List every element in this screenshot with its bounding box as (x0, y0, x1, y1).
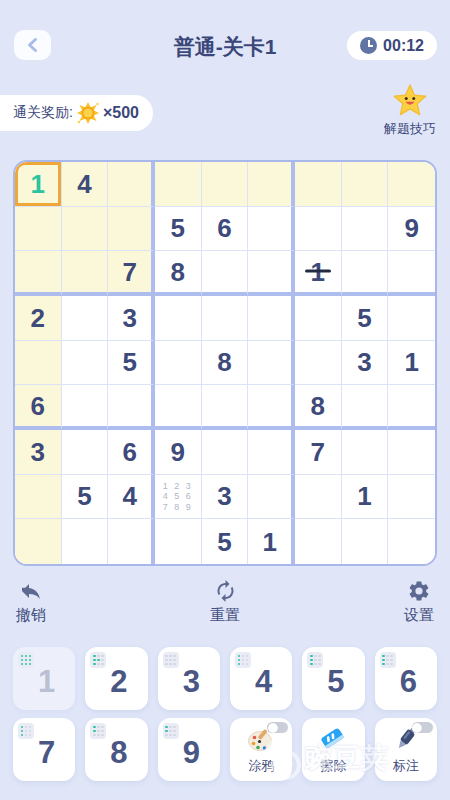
tips-button[interactable]: 解题技巧 (384, 84, 436, 138)
cell-r1c2[interactable] (108, 207, 155, 252)
cell-r7c3[interactable]: 1 2 34 5 67 8 9 (155, 475, 202, 520)
cell-digit: 3 (217, 483, 231, 509)
cell-r5c6[interactable]: 8 (295, 385, 342, 430)
cell-r5c0[interactable]: 6 (15, 385, 62, 430)
cell-r6c8[interactable] (388, 430, 435, 475)
cell-r2c7[interactable] (342, 251, 389, 296)
numpad-digit: 6 (400, 666, 417, 697)
cell-r2c6[interactable]: 1 (295, 251, 342, 296)
cell-r6c5[interactable] (248, 430, 295, 475)
cell-digit: 3 (357, 349, 371, 375)
cell-r5c7[interactable] (342, 385, 389, 430)
doodle-toggle[interactable] (267, 722, 288, 733)
count-badge (90, 723, 106, 739)
cell-r6c1[interactable] (62, 430, 109, 475)
cell-r7c0[interactable] (15, 475, 62, 520)
cell-r7c4[interactable]: 3 (202, 475, 249, 520)
reward-banner: 通关奖励: ×500 (0, 95, 153, 131)
cell-r7c2[interactable]: 4 (108, 475, 155, 520)
cell-r5c4[interactable] (202, 385, 249, 430)
undo-button[interactable]: 撤销 (16, 579, 46, 625)
cell-r3c5[interactable] (248, 296, 295, 341)
cell-digit: 5 (171, 215, 185, 241)
cell-r8c7[interactable] (342, 519, 389, 564)
cell-r0c3[interactable] (155, 162, 202, 207)
cell-digit: 5 (77, 483, 91, 509)
cell-r2c1[interactable] (62, 251, 109, 296)
cell-r0c7[interactable] (342, 162, 389, 207)
cell-r8c8[interactable] (388, 519, 435, 564)
reward-amount: ×500 (103, 104, 139, 122)
cell-r7c5[interactable] (248, 475, 295, 520)
strike-mark (305, 270, 331, 273)
reward-label: 通关奖励: (13, 104, 73, 122)
cell-r1c7[interactable] (342, 207, 389, 252)
cell-r4c7[interactable]: 3 (342, 341, 389, 386)
cell-r0c0[interactable]: 1 (15, 162, 62, 207)
cell-r3c0[interactable]: 2 (15, 296, 62, 341)
cell-r3c4[interactable] (202, 296, 249, 341)
cell-digit: 6 (122, 439, 136, 465)
cell-digit: 5 (217, 529, 231, 555)
count-badge (307, 652, 323, 668)
cell-digit: 8 (311, 393, 325, 419)
numpad-digit: 5 (327, 666, 344, 697)
cell-r3c3[interactable] (155, 296, 202, 341)
settings-icon (407, 579, 431, 603)
count-badge (235, 652, 251, 668)
cell-digit: 4 (122, 483, 136, 509)
settings-button[interactable]: 设置 (404, 579, 434, 625)
cell-r2c3[interactable]: 8 (155, 251, 202, 296)
cell-digit: 6 (31, 393, 45, 419)
cell-r5c3[interactable] (155, 385, 202, 430)
cell-r0c5[interactable] (248, 162, 295, 207)
toolbar: 撤销 重置 设置 (16, 579, 434, 625)
erase-button[interactable]: 擦除 (302, 718, 364, 781)
cell-r2c5[interactable] (248, 251, 295, 296)
tips-label: 解题技巧 (384, 120, 436, 138)
numpad-digit: 3 (183, 666, 200, 697)
cell-r4c4[interactable]: 8 (202, 341, 249, 386)
cell-r4c3[interactable] (155, 341, 202, 386)
annotate-label: 标注 (393, 757, 419, 775)
star-icon (392, 84, 428, 118)
numpad-row-2: 789 涂鸦 擦除 (13, 718, 437, 781)
cell-r2c4[interactable] (202, 251, 249, 296)
numpad-2[interactable]: 2 (85, 647, 147, 710)
cell-digit: 3 (122, 305, 136, 331)
numpad-digit: 7 (38, 737, 55, 768)
cell-digit: 1 (357, 483, 371, 509)
cell-r6c0[interactable]: 3 (15, 430, 62, 475)
numpad-7[interactable]: 7 (13, 718, 75, 781)
cell-digit: 3 (31, 439, 45, 465)
count-badge (163, 652, 179, 668)
cell-digit: 5 (357, 305, 371, 331)
numpad-row-1: 123456 (13, 647, 437, 710)
cell-digit: 9 (404, 215, 418, 241)
cell-r1c5[interactable] (248, 207, 295, 252)
eraser-icon (317, 723, 349, 755)
cell-r1c0[interactable] (15, 207, 62, 252)
cell-digit: 9 (171, 439, 185, 465)
cell-r4c1[interactable] (62, 341, 109, 386)
count-badge (380, 652, 396, 668)
cell-r4c8[interactable]: 1 (388, 341, 435, 386)
cell-r1c3[interactable]: 5 (155, 207, 202, 252)
cell-digit: 2 (31, 305, 45, 331)
cell-r8c4[interactable]: 5 (202, 519, 249, 564)
cell-r4c2[interactable]: 5 (108, 341, 155, 386)
cell-r1c1[interactable] (62, 207, 109, 252)
cell-r1c4[interactable]: 6 (202, 207, 249, 252)
cell-r4c5[interactable] (248, 341, 295, 386)
cell-digit: 1 (262, 529, 276, 555)
cell-r0c1[interactable]: 4 (62, 162, 109, 207)
erase-label: 擦除 (320, 757, 346, 775)
cell-digit: 8 (171, 259, 185, 285)
cell-r3c2[interactable]: 3 (108, 296, 155, 341)
cell-r4c6[interactable] (295, 341, 342, 386)
cell-r1c6[interactable] (295, 207, 342, 252)
cell-r8c2[interactable] (108, 519, 155, 564)
numpad-9[interactable]: 9 (158, 718, 220, 781)
numpad-3[interactable]: 3 (158, 647, 220, 710)
cell-r2c8[interactable] (388, 251, 435, 296)
numpad-4[interactable]: 4 (230, 647, 292, 710)
reset-button[interactable]: 重置 (210, 579, 240, 625)
cell-r8c1[interactable] (62, 519, 109, 564)
count-badge (163, 723, 179, 739)
numpad-1[interactable]: 1 (13, 647, 75, 710)
numpad-6[interactable]: 6 (375, 647, 437, 710)
numpad-digit: 9 (183, 737, 200, 768)
cell-r5c1[interactable] (62, 385, 109, 430)
cell-r7c8[interactable] (388, 475, 435, 520)
cell-r1c8[interactable]: 9 (388, 207, 435, 252)
count-badge (18, 723, 34, 739)
clock-icon (360, 37, 377, 54)
cell-digit: 8 (217, 349, 231, 375)
page-title: 普通-关卡1 (174, 33, 277, 61)
cell-r0c4[interactable] (202, 162, 249, 207)
cell-r7c7[interactable]: 1 (342, 475, 389, 520)
annotate-toggle[interactable] (412, 722, 433, 733)
cell-r8c0[interactable] (15, 519, 62, 564)
cell-r6c4[interactable] (202, 430, 249, 475)
settings-label: 设置 (404, 606, 434, 625)
cell-digit: 7 (311, 439, 325, 465)
undo-icon (18, 579, 44, 603)
cell-digit: 5 (122, 349, 136, 375)
numpad-digit: 4 (255, 666, 272, 697)
cell-r5c8[interactable] (388, 385, 435, 430)
numpad-digit: 2 (110, 666, 127, 697)
cell-r4c0[interactable] (15, 341, 62, 386)
numpad-digit: 1 (38, 666, 55, 697)
reset-icon (213, 579, 238, 603)
sudoku-board: 145697812355831683697541 2 34 5 67 8 931… (13, 160, 437, 566)
cell-r3c7[interactable]: 5 (342, 296, 389, 341)
cell-digit: 1 (31, 171, 45, 197)
coin-icon (76, 101, 100, 125)
cell-r0c2[interactable] (108, 162, 155, 207)
count-badge (18, 652, 34, 668)
reset-label: 重置 (210, 606, 240, 625)
annotate-button[interactable]: 标注 (375, 718, 437, 781)
cell-r6c7[interactable] (342, 430, 389, 475)
doodle-label: 涂鸦 (248, 757, 274, 775)
chevron-left-icon (25, 37, 41, 53)
cell-r8c3[interactable] (155, 519, 202, 564)
numpad-5[interactable]: 5 (302, 647, 364, 710)
cell-digit: 6 (217, 215, 231, 241)
cell-r7c1[interactable]: 5 (62, 475, 109, 520)
sudoku-app: 普通-关卡1 00:12 通关奖励: ×500 解题技巧 14569781235… (0, 0, 450, 800)
cell-r3c6[interactable] (295, 296, 342, 341)
cell-digit: 1 (404, 349, 418, 375)
cell-r6c6[interactable]: 7 (295, 430, 342, 475)
cell-r2c2[interactable]: 7 (108, 251, 155, 296)
back-button[interactable] (14, 30, 51, 60)
cell-r6c2[interactable]: 6 (108, 430, 155, 475)
timer: 00:12 (347, 31, 437, 60)
cell-r6c3[interactable]: 9 (155, 430, 202, 475)
cell-r8c5[interactable]: 1 (248, 519, 295, 564)
pencil-notes: 1 2 34 5 67 8 9 (163, 481, 193, 513)
count-badge (90, 652, 106, 668)
cell-r7c6[interactable] (295, 475, 342, 520)
undo-label: 撤销 (16, 606, 46, 625)
timer-text: 00:12 (383, 37, 424, 55)
cell-digit: 4 (77, 171, 91, 197)
cell-r3c1[interactable] (62, 296, 109, 341)
cell-r5c2[interactable] (108, 385, 155, 430)
cell-r2c0[interactable] (15, 251, 62, 296)
numpad-digit: 8 (110, 737, 127, 768)
cell-r0c6[interactable] (295, 162, 342, 207)
cell-r3c8[interactable] (388, 296, 435, 341)
doodle-button[interactable]: 涂鸦 (230, 718, 292, 781)
cell-r5c5[interactable] (248, 385, 295, 430)
cell-digit: 7 (122, 259, 136, 285)
numpad-8[interactable]: 8 (85, 718, 147, 781)
cell-r0c8[interactable] (388, 162, 435, 207)
cell-r8c6[interactable] (295, 519, 342, 564)
